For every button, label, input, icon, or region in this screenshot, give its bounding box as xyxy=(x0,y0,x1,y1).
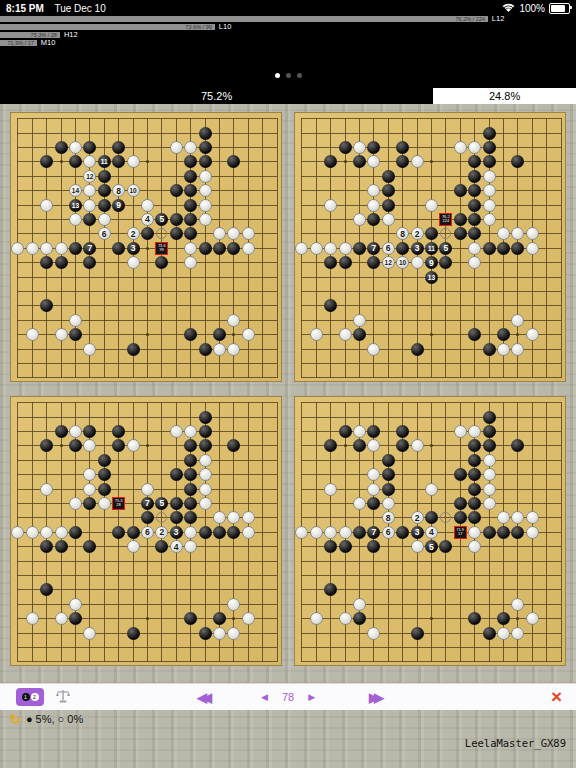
go-stone-white xyxy=(483,468,496,481)
go-board-variation-L10[interactable]: 11121481013945627373.699 xyxy=(10,112,282,382)
go-stone-white: 8 xyxy=(112,184,125,197)
go-stone-black xyxy=(69,155,82,168)
go-stone-black xyxy=(353,439,366,452)
go-stone-black xyxy=(170,497,183,510)
go-stone-black xyxy=(170,213,183,226)
go-stone-black xyxy=(324,439,337,452)
go-stone-white xyxy=(83,468,96,481)
go-stone-white: 6 xyxy=(98,227,111,240)
page-dot xyxy=(286,73,291,78)
go-stone-black xyxy=(353,612,366,625)
ponder-icon: ↻ xyxy=(10,713,21,726)
go-stone-black xyxy=(367,425,380,438)
star-point xyxy=(430,444,433,447)
go-stone-white xyxy=(227,627,240,640)
star-point xyxy=(232,617,235,620)
go-stone-black xyxy=(83,540,96,553)
go-stone-black xyxy=(454,184,467,197)
go-stone-white xyxy=(367,199,380,212)
analysis-bar-H12: 75.3% / 28H12 xyxy=(0,32,576,38)
go-stone-black: 11 xyxy=(98,155,111,168)
go-stone-white xyxy=(199,199,212,212)
go-stone-black xyxy=(382,454,395,467)
go-stone-black: 5 xyxy=(155,497,168,510)
wifi-icon xyxy=(502,3,515,13)
go-stone-black xyxy=(55,540,68,553)
go-stone-black xyxy=(468,155,481,168)
go-stone-black xyxy=(468,213,481,226)
go-stone-white xyxy=(199,483,212,496)
go-stone-black xyxy=(483,141,496,154)
grid-line xyxy=(277,402,278,662)
go-stone-black xyxy=(483,155,496,168)
go-stone-black: 13 xyxy=(69,199,82,212)
go-stone-white xyxy=(382,213,395,226)
step-back-button[interactable]: ◀ xyxy=(261,692,268,702)
go-stone-black: 3 xyxy=(411,242,424,255)
go-stone-black xyxy=(396,439,409,452)
grid-line xyxy=(546,402,547,662)
go-stone-black xyxy=(184,170,197,183)
go-stone-white xyxy=(353,213,366,226)
go-stone-black xyxy=(199,411,212,424)
winrate-bar: 75.2% 24.8% xyxy=(0,88,576,104)
go-stone-white xyxy=(324,242,337,255)
go-stone-black xyxy=(184,227,197,240)
go-stone-black xyxy=(184,155,197,168)
go-stone-black xyxy=(98,199,111,212)
go-stone-white xyxy=(295,242,308,255)
go-stone-black xyxy=(199,627,212,640)
grid-line xyxy=(301,575,561,576)
go-stone-white xyxy=(324,526,337,539)
go-stone-black xyxy=(483,127,496,140)
go-stone-black xyxy=(40,155,53,168)
go-stone-black xyxy=(184,184,197,197)
star-point xyxy=(146,333,149,336)
go-stone-white xyxy=(497,227,510,240)
go-stone-black xyxy=(170,468,183,481)
analysis-bar-move-label: L12 xyxy=(492,16,505,22)
go-stone-white xyxy=(83,439,96,452)
go-stone-black xyxy=(439,540,452,553)
go-stone-white xyxy=(127,155,140,168)
go-stone-white xyxy=(55,612,68,625)
analysis-bar-move-label: L10 xyxy=(219,24,232,30)
grid-line xyxy=(301,291,561,292)
star-point xyxy=(430,617,433,620)
candidate-move-marker-L10[interactable]: 73.699 xyxy=(155,242,168,255)
go-stone-black xyxy=(155,256,168,269)
go-stone-black xyxy=(324,540,337,553)
go-stone-black xyxy=(184,511,197,524)
go-stone-black xyxy=(411,627,424,640)
go-stone-white xyxy=(468,425,481,438)
go-stone-black xyxy=(497,526,510,539)
go-stone-white xyxy=(83,184,96,197)
go-stone-white xyxy=(69,314,82,327)
go-stone-black: 5 xyxy=(155,213,168,226)
go-stone-black xyxy=(468,511,481,524)
move-number-display[interactable]: 78 xyxy=(282,691,294,703)
go-stone-black: 7 xyxy=(367,526,380,539)
go-stone-white xyxy=(411,540,424,553)
go-stone-white xyxy=(242,612,255,625)
go-stone-black xyxy=(367,213,380,226)
score-estimate-button[interactable] xyxy=(56,689,70,708)
go-stone-black xyxy=(353,526,366,539)
go-stone-white xyxy=(184,540,197,553)
grid-line xyxy=(17,277,277,278)
go-stone-black xyxy=(324,299,337,312)
go-stone-white xyxy=(454,141,467,154)
go-stone-black xyxy=(40,299,53,312)
go-stone-black xyxy=(367,256,380,269)
go-stone-white xyxy=(26,328,39,341)
go-stone-black xyxy=(69,439,82,452)
go-stone-black xyxy=(339,256,352,269)
go-stone-white xyxy=(367,343,380,356)
go-board-variation-L12[interactable]: 82763115121091376.2224 xyxy=(294,112,566,382)
go-stone-white xyxy=(310,526,323,539)
go-stone-black: 7 xyxy=(141,497,154,510)
go-board-variation-H12[interactable]: 75623475.328 xyxy=(10,396,282,666)
go-stone-white xyxy=(199,468,212,481)
grid-line xyxy=(460,118,461,378)
go-stone-white xyxy=(483,184,496,197)
go-stone-white xyxy=(83,155,96,168)
variation-boards-grid: 11121481013945627373.6998276311512109137… xyxy=(0,104,576,683)
go-stone-white xyxy=(468,242,481,255)
go-stone-white xyxy=(468,256,481,269)
go-stone-white xyxy=(83,343,96,356)
go-stone-white xyxy=(83,199,96,212)
go-stone-black xyxy=(483,526,496,539)
candidate-move-marker-H12[interactable]: 75.328 xyxy=(112,497,125,510)
go-stone-black xyxy=(511,439,524,452)
go-stone-black xyxy=(127,343,140,356)
go-stone-black xyxy=(439,256,452,269)
go-stone-white xyxy=(339,328,352,341)
go-stone-white xyxy=(69,141,82,154)
go-stone-black xyxy=(98,468,111,481)
go-stone-black xyxy=(367,497,380,510)
go-stone-black xyxy=(483,439,496,452)
page-dot xyxy=(297,73,302,78)
go-stone-black xyxy=(141,511,154,524)
go-stone-black xyxy=(353,328,366,341)
go-stone-white xyxy=(141,483,154,496)
go-stone-black xyxy=(184,612,197,625)
go-stone-white xyxy=(483,170,496,183)
go-stone-black xyxy=(227,439,240,452)
go-stone-white: 4 xyxy=(170,540,183,553)
go-stone-black xyxy=(213,328,226,341)
go-stone-white xyxy=(69,213,82,226)
grid-line xyxy=(17,575,277,576)
star-point xyxy=(146,444,149,447)
go-stone-white xyxy=(227,511,240,524)
go-stone-black xyxy=(227,155,240,168)
go-stone-white xyxy=(324,199,337,212)
go-stone-black xyxy=(497,328,510,341)
capture-stats: ● 5%, ○ 0% xyxy=(26,713,83,725)
go-stone-white xyxy=(184,141,197,154)
go-stone-black xyxy=(112,242,125,255)
go-stone-white xyxy=(526,227,539,240)
go-stone-black xyxy=(55,141,68,154)
grid-line xyxy=(561,402,562,662)
analysis-bar-move-label: M10 xyxy=(41,40,56,46)
go-stone-black xyxy=(454,497,467,510)
go-stone-black xyxy=(199,439,212,452)
go-stone-white xyxy=(497,511,510,524)
analysis-bar-L10: 73.6% / 99L10 xyxy=(0,24,576,30)
go-stone-black xyxy=(199,343,212,356)
grid-line xyxy=(17,647,277,648)
go-stone-black xyxy=(98,454,111,467)
go-stone-black xyxy=(40,439,53,452)
go-stone-white xyxy=(526,612,539,625)
go-stone-black xyxy=(411,343,424,356)
go-stone-white xyxy=(199,454,212,467)
last-move-circle-marker xyxy=(440,512,451,523)
go-stone-black xyxy=(511,242,524,255)
go-stone-black xyxy=(396,141,409,154)
go-stone-white xyxy=(55,328,68,341)
go-stone-black xyxy=(382,199,395,212)
go-stone-black xyxy=(468,439,481,452)
go-stone-white xyxy=(213,511,226,524)
analysis-bar-fill: 73.6% / 99 xyxy=(0,24,215,30)
go-stone-white xyxy=(227,227,240,240)
grid-line xyxy=(561,118,562,378)
toolbar: 1 2 ◀◀ ◀ 78 ▶ ▶▶ × xyxy=(0,683,576,710)
star-point xyxy=(146,617,149,620)
go-stone-white xyxy=(367,155,380,168)
go-stone-white xyxy=(511,598,524,611)
go-stone-white xyxy=(170,141,183,154)
go-stone-white xyxy=(242,511,255,524)
close-button[interactable]: × xyxy=(551,684,562,710)
go-stone-black xyxy=(184,454,197,467)
grid-line xyxy=(17,291,277,292)
go-stone-black xyxy=(454,511,467,524)
go-stone-white xyxy=(199,497,212,510)
go-stone-black xyxy=(127,627,140,640)
go-stone-white xyxy=(411,439,424,452)
go-stone-white xyxy=(26,526,39,539)
go-stone-black xyxy=(40,583,53,596)
star-point xyxy=(344,444,347,447)
go-stone-white xyxy=(184,526,197,539)
go-stone-white xyxy=(511,227,524,240)
go-stone-black xyxy=(184,497,197,510)
go-stone-black: 9 xyxy=(425,256,438,269)
go-stone-black xyxy=(324,256,337,269)
go-stone-black xyxy=(199,141,212,154)
grid-line xyxy=(301,647,561,648)
go-stone-black xyxy=(382,184,395,197)
black-stone-number-icon: 1 xyxy=(22,693,30,701)
go-stone-black xyxy=(468,454,481,467)
go-stone-black: 5 xyxy=(425,540,438,553)
go-stone-black xyxy=(184,199,197,212)
go-stone-white xyxy=(69,497,82,510)
go-stone-black: 11 xyxy=(425,242,438,255)
star-point xyxy=(146,247,149,250)
go-stone-black xyxy=(483,343,496,356)
go-stone-black xyxy=(184,439,197,452)
go-stone-black: 13 xyxy=(425,271,438,284)
fast-forward-button[interactable]: ▶▶ xyxy=(369,690,379,705)
last-move-circle-marker xyxy=(156,512,167,523)
go-stone-black: 5 xyxy=(439,242,452,255)
grid-line xyxy=(262,402,263,662)
go-stone-white: 2 xyxy=(155,526,168,539)
go-stone-white xyxy=(339,526,352,539)
go-stone-black: 3 xyxy=(170,526,183,539)
go-stone-white: 4 xyxy=(425,526,438,539)
go-stone-white xyxy=(11,526,24,539)
go-stone-white xyxy=(468,526,481,539)
go-stone-black xyxy=(69,242,82,255)
go-stone-black xyxy=(353,242,366,255)
go-stone-white xyxy=(454,425,467,438)
go-stone-black xyxy=(83,425,96,438)
go-stone-white xyxy=(468,141,481,154)
go-stone-black xyxy=(83,213,96,226)
go-stone-white xyxy=(40,483,53,496)
go-stone-black xyxy=(40,540,53,553)
go-stone-black xyxy=(396,526,409,539)
go-stone-white: 14 xyxy=(69,184,82,197)
go-stone-black xyxy=(83,497,96,510)
go-stone-white xyxy=(353,598,366,611)
go-stone-black xyxy=(213,242,226,255)
go-stone-white xyxy=(483,497,496,510)
go-stone-white xyxy=(98,497,111,510)
go-stone-black xyxy=(497,612,510,625)
go-stone-white xyxy=(367,627,380,640)
go-stone-black xyxy=(83,141,96,154)
go-stone-black xyxy=(468,227,481,240)
go-stone-black xyxy=(112,155,125,168)
go-stone-white xyxy=(310,328,323,341)
go-stone-white xyxy=(69,425,82,438)
go-stone-black xyxy=(98,483,111,496)
rewind-button[interactable]: ◀◀ xyxy=(197,690,207,705)
go-stone-black xyxy=(483,425,496,438)
go-stone-black xyxy=(353,155,366,168)
go-stone-white xyxy=(242,526,255,539)
go-stone-white xyxy=(40,199,53,212)
go-stone-white xyxy=(83,627,96,640)
status-time: 8:15 PM xyxy=(6,3,44,14)
grid-line xyxy=(301,305,561,306)
go-stone-black xyxy=(184,483,197,496)
go-stone-white xyxy=(184,242,197,255)
winrate-black-segment: 75.2% xyxy=(0,88,433,104)
go-stone-white xyxy=(26,242,39,255)
go-stone-black xyxy=(170,184,183,197)
engine-name: LeelaMaster_GX89 xyxy=(414,737,566,749)
go-stone-white xyxy=(199,170,212,183)
candidate-move-marker-L12[interactable]: 76.2224 xyxy=(439,213,452,226)
star-point xyxy=(232,333,235,336)
go-stone-white xyxy=(55,526,68,539)
go-stone-white: 2 xyxy=(127,227,140,240)
grid-line xyxy=(17,305,277,306)
go-stone-white: 12 xyxy=(83,170,96,183)
grid-line xyxy=(17,377,277,378)
page-dot xyxy=(275,73,280,78)
go-stone-black xyxy=(468,184,481,197)
go-stone-black xyxy=(382,468,395,481)
go-stone-black xyxy=(425,511,438,524)
grid-line xyxy=(17,661,277,662)
go-stone-white xyxy=(242,242,255,255)
go-stone-white: 4 xyxy=(141,213,154,226)
go-stone-white xyxy=(367,483,380,496)
move-numbers-toggle-button[interactable]: 1 2 xyxy=(16,688,44,706)
go-stone-white xyxy=(382,497,395,510)
step-forward-button[interactable]: ▶ xyxy=(308,692,315,702)
go-stone-white xyxy=(483,483,496,496)
go-stone-white xyxy=(367,468,380,481)
go-stone-white: 6 xyxy=(141,526,154,539)
star-point xyxy=(60,160,63,163)
go-stone-black xyxy=(468,612,481,625)
grid-line xyxy=(445,402,446,662)
go-stone-white xyxy=(310,242,323,255)
go-stone-black xyxy=(483,627,496,640)
star-point xyxy=(516,333,519,336)
go-stone-black: 7 xyxy=(367,242,380,255)
go-stone-white: 10 xyxy=(396,256,409,269)
go-stone-black: 7 xyxy=(83,242,96,255)
go-stone-white xyxy=(483,213,496,226)
go-stone-white xyxy=(40,526,53,539)
go-stone-black xyxy=(112,425,125,438)
battery-percent: 100% xyxy=(519,3,545,14)
star-point xyxy=(516,617,519,620)
go-stone-black xyxy=(112,141,125,154)
grid-line xyxy=(277,118,278,378)
go-stone-black xyxy=(454,227,467,240)
go-stone-black xyxy=(382,483,395,496)
grid-line xyxy=(301,589,561,590)
go-stone-black xyxy=(339,425,352,438)
go-stone-white xyxy=(425,199,438,212)
go-stone-black xyxy=(98,170,111,183)
go-stone-black: 3 xyxy=(411,526,424,539)
go-stone-black xyxy=(98,184,111,197)
go-stone-black xyxy=(184,328,197,341)
grid-line xyxy=(301,363,561,364)
go-board-variation-M10[interactable]: 827634571.917 xyxy=(294,396,566,666)
go-stone-black xyxy=(468,199,481,212)
candidate-move-marker-M10[interactable]: 71.917 xyxy=(454,526,467,539)
go-stone-white xyxy=(199,213,212,226)
go-stone-black xyxy=(324,583,337,596)
go-stone-black xyxy=(83,256,96,269)
go-stone-black xyxy=(155,540,168,553)
go-stone-white xyxy=(511,627,524,640)
grid-line xyxy=(546,118,547,378)
analysis-bar-L12: 76.2% / 224L12 xyxy=(0,16,576,22)
go-stone-white: 6 xyxy=(382,526,395,539)
